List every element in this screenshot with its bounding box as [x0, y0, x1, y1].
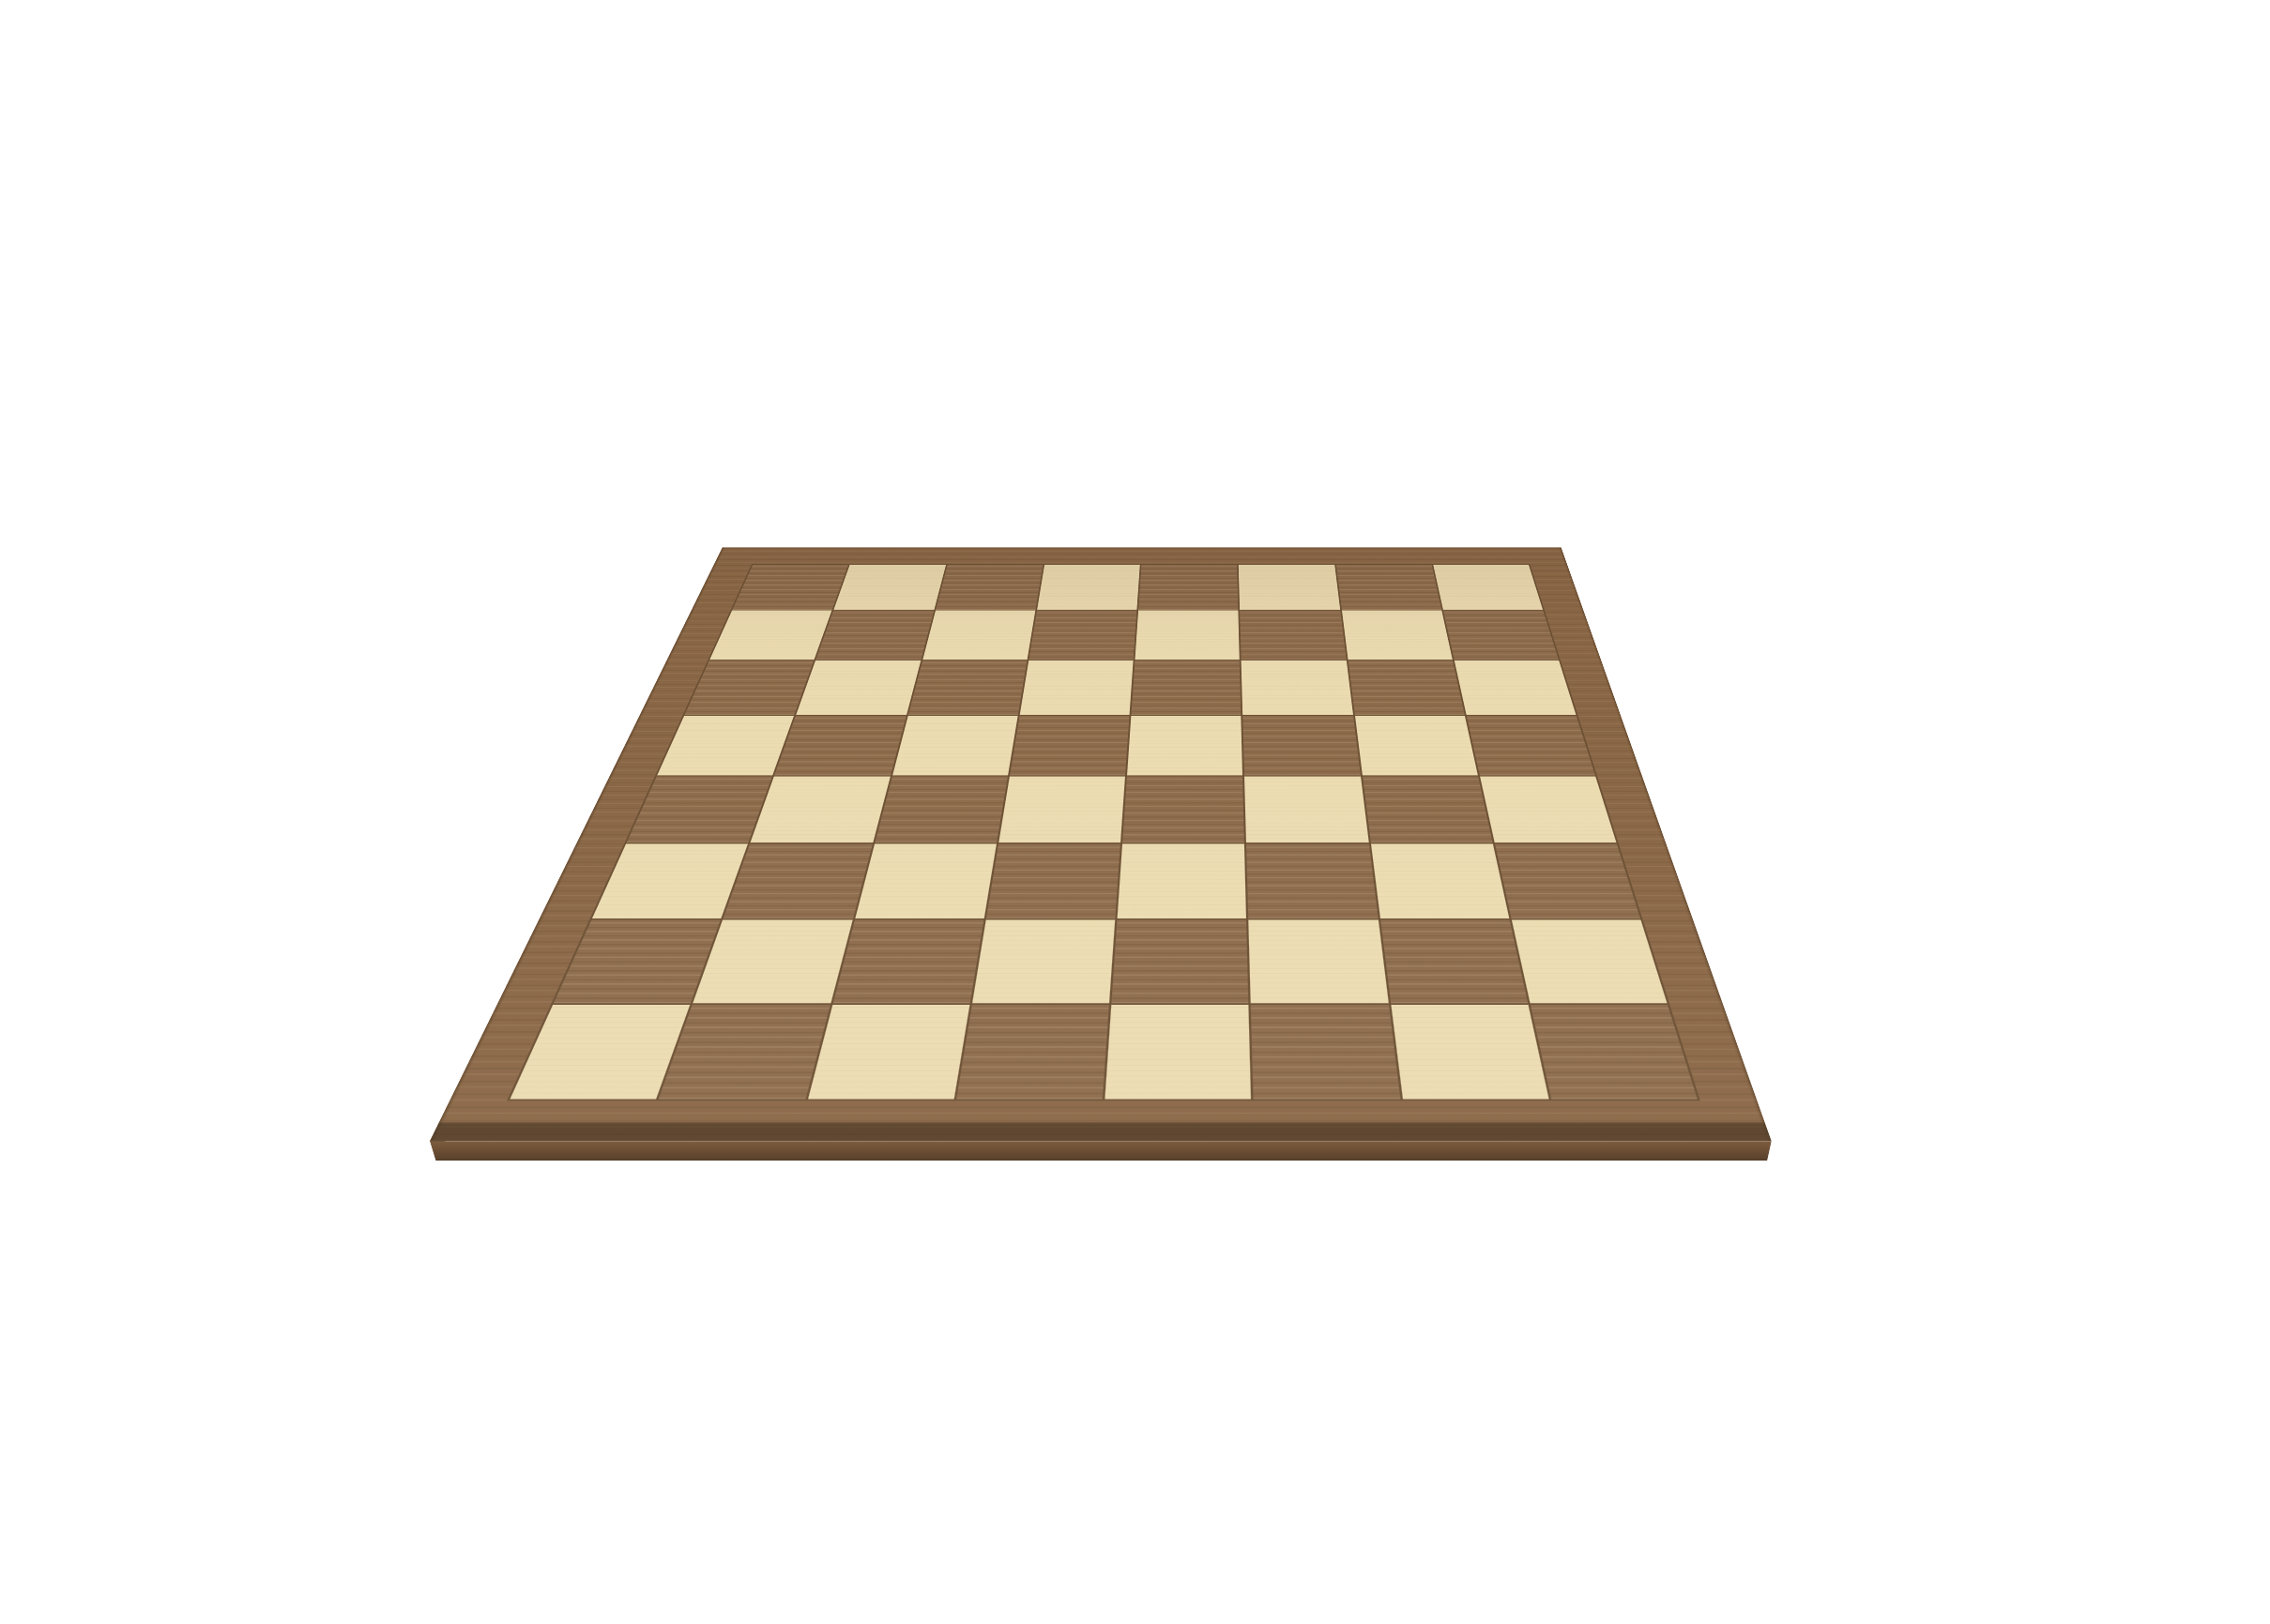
- square-r2c1: [554, 919, 721, 1003]
- square-r1c1: [510, 1005, 690, 1100]
- square-r8c1: [732, 565, 848, 610]
- square-r6c8: [1455, 660, 1577, 715]
- square-r8c6: [1239, 565, 1340, 610]
- square-r6c4: [1020, 660, 1134, 715]
- square-r8c3: [936, 565, 1043, 610]
- square-r6c3: [908, 660, 1028, 715]
- square-r6c7: [1348, 660, 1464, 715]
- square-r1c2: [659, 1005, 830, 1100]
- square-r5c8: [1467, 716, 1595, 776]
- square-r7c6: [1240, 611, 1346, 660]
- square-r3c8: [1495, 844, 1640, 918]
- square-r5c3: [892, 716, 1018, 776]
- board-grid: [507, 564, 1700, 1100]
- square-r2c8: [1512, 919, 1668, 1003]
- square-r8c5: [1138, 565, 1238, 610]
- square-r1c3: [807, 1005, 969, 1100]
- square-r2c3: [832, 919, 983, 1003]
- square-r3c6: [1246, 844, 1378, 918]
- square-r1c8: [1531, 1005, 1698, 1100]
- square-r1c6: [1251, 1005, 1400, 1100]
- square-r8c2: [834, 565, 946, 610]
- square-r5c4: [1010, 716, 1130, 776]
- square-r1c7: [1391, 1005, 1548, 1100]
- chessboard: [430, 548, 1772, 1142]
- square-r7c5: [1135, 611, 1239, 660]
- square-r5c6: [1242, 716, 1360, 776]
- square-r4c6: [1244, 777, 1368, 843]
- square-r4c7: [1363, 777, 1493, 843]
- square-r8c7: [1336, 565, 1441, 610]
- chessboard-scene: [610, 260, 1642, 1292]
- square-r5c5: [1127, 716, 1242, 776]
- square-r4c8: [1480, 777, 1617, 843]
- square-r3c2: [724, 844, 872, 918]
- square-r4c5: [1122, 777, 1244, 843]
- board-front-edge: [430, 1141, 1772, 1161]
- square-r5c2: [774, 716, 906, 776]
- square-r8c8: [1433, 565, 1543, 610]
- square-r6c6: [1242, 660, 1353, 715]
- square-r7c7: [1342, 611, 1453, 660]
- square-r3c1: [592, 844, 748, 918]
- square-r2c5: [1111, 919, 1248, 1003]
- square-r7c4: [1028, 611, 1136, 660]
- square-r7c1: [709, 611, 831, 660]
- square-r1c5: [1105, 1005, 1251, 1100]
- square-r2c2: [693, 919, 853, 1003]
- square-r7c2: [816, 611, 934, 660]
- square-r7c8: [1443, 611, 1559, 660]
- square-r3c7: [1371, 844, 1509, 918]
- square-r7c3: [922, 611, 1035, 660]
- square-r6c5: [1131, 660, 1241, 715]
- square-r6c2: [797, 660, 921, 715]
- square-r5c1: [657, 716, 794, 776]
- square-r4c4: [998, 777, 1125, 843]
- board-top-face: [430, 548, 1772, 1142]
- photo-background: [0, 0, 2270, 1624]
- square-r6c1: [685, 660, 815, 715]
- square-r3c4: [986, 844, 1120, 918]
- square-r1c4: [956, 1005, 1109, 1100]
- square-r2c6: [1249, 919, 1389, 1003]
- square-r8c4: [1037, 565, 1140, 610]
- square-r5c7: [1355, 716, 1478, 776]
- square-r3c5: [1118, 844, 1247, 918]
- square-r3c3: [855, 844, 997, 918]
- square-r2c4: [972, 919, 1115, 1003]
- square-r4c3: [875, 777, 1008, 843]
- square-r2c7: [1380, 919, 1528, 1003]
- square-r4c2: [751, 777, 891, 843]
- square-r4c1: [627, 777, 772, 843]
